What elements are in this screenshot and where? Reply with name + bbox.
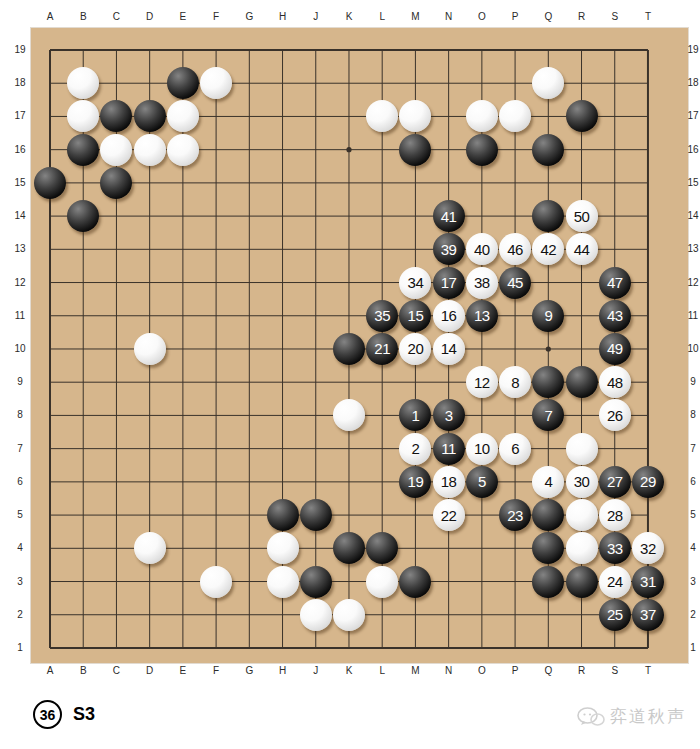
col-label-bottom-O: O <box>473 665 491 677</box>
stone-Q11: 9 <box>532 300 564 332</box>
row-label-left-14: 14 <box>11 210 29 222</box>
watermark: 弈道秋声 <box>577 705 686 728</box>
stone-N7: 11 <box>433 433 465 465</box>
row-label-left-9: 9 <box>11 376 29 388</box>
row-label-right-13: 13 <box>684 243 700 255</box>
col-label-top-F: F <box>207 11 225 23</box>
stone-J3 <box>300 566 332 598</box>
stone-R7 <box>566 433 598 465</box>
stone-F3 <box>200 566 232 598</box>
stone-O12: 38 <box>466 267 498 299</box>
row-label-right-16: 16 <box>684 144 700 156</box>
row-label-right-1: 1 <box>684 642 700 654</box>
stone-Q3 <box>532 566 564 598</box>
stone-E16 <box>167 134 199 166</box>
col-label-bottom-B: B <box>74 665 92 677</box>
col-label-top-A: A <box>41 11 59 23</box>
stone-K2 <box>333 599 365 631</box>
row-label-left-11: 11 <box>11 310 29 322</box>
stone-S11: 43 <box>599 300 631 332</box>
row-label-left-16: 16 <box>11 144 29 156</box>
col-label-bottom-G: G <box>240 665 258 677</box>
stone-S12: 47 <box>599 267 631 299</box>
stone-R5 <box>566 499 598 531</box>
stone-S5: 28 <box>599 499 631 531</box>
stone-R6: 30 <box>566 466 598 498</box>
col-label-bottom-A: A <box>41 665 59 677</box>
row-label-right-4: 4 <box>684 542 700 554</box>
stone-H3 <box>267 566 299 598</box>
row-label-left-8: 8 <box>11 409 29 421</box>
stone-L10: 21 <box>366 333 398 365</box>
row-label-right-19: 19 <box>684 44 700 56</box>
stone-S6: 27 <box>599 466 631 498</box>
col-label-top-N: N <box>440 11 458 23</box>
move-point-label: S3 <box>73 704 95 725</box>
stone-C16 <box>100 134 132 166</box>
col-label-bottom-R: R <box>573 665 591 677</box>
col-label-bottom-N: N <box>440 665 458 677</box>
stone-L11: 35 <box>366 300 398 332</box>
stone-H5 <box>267 499 299 531</box>
stone-N5: 22 <box>433 499 465 531</box>
stone-Q6: 4 <box>532 466 564 498</box>
stone-D17 <box>134 100 166 132</box>
stone-T2: 37 <box>632 599 664 631</box>
stone-D4 <box>134 532 166 564</box>
col-label-bottom-S: S <box>606 665 624 677</box>
stone-R17 <box>566 100 598 132</box>
stone-R3 <box>566 566 598 598</box>
row-label-left-6: 6 <box>11 476 29 488</box>
stone-S2: 25 <box>599 599 631 631</box>
col-label-bottom-L: L <box>373 665 391 677</box>
go-diagram-page: AABBCCDDEEFFGGHHJJKKLLMMNNOOPPQQRRSSTT19… <box>0 0 700 749</box>
stone-O13: 40 <box>466 233 498 265</box>
row-label-right-6: 6 <box>684 476 700 488</box>
watermark-text: 弈道秋声 <box>610 705 686 728</box>
row-label-right-7: 7 <box>684 443 700 455</box>
stone-S3: 24 <box>599 566 631 598</box>
row-label-right-17: 17 <box>684 110 700 122</box>
stone-T6: 29 <box>632 466 664 498</box>
stone-N14: 41 <box>433 200 465 232</box>
row-label-left-19: 19 <box>11 44 29 56</box>
row-label-right-3: 3 <box>684 576 700 588</box>
col-label-top-L: L <box>373 11 391 23</box>
stone-L3 <box>366 566 398 598</box>
stone-O9: 12 <box>466 366 498 398</box>
stone-S9: 48 <box>599 366 631 398</box>
wechat-chat-icon <box>577 707 605 727</box>
stone-J5 <box>300 499 332 531</box>
col-label-top-G: G <box>240 11 258 23</box>
stone-T3: 31 <box>632 566 664 598</box>
col-label-top-K: K <box>340 11 358 23</box>
col-label-bottom-M: M <box>406 665 424 677</box>
row-label-right-10: 10 <box>684 343 700 355</box>
stone-D16 <box>134 134 166 166</box>
row-label-left-5: 5 <box>11 509 29 521</box>
row-label-left-4: 4 <box>11 542 29 554</box>
col-label-bottom-H: H <box>274 665 292 677</box>
col-label-top-O: O <box>473 11 491 23</box>
col-label-top-T: T <box>639 11 657 23</box>
stone-R13: 44 <box>566 233 598 265</box>
stone-N6: 18 <box>433 466 465 498</box>
stone-P5: 23 <box>499 499 531 531</box>
stone-B16 <box>67 134 99 166</box>
row-label-right-8: 8 <box>684 409 700 421</box>
col-label-top-P: P <box>506 11 524 23</box>
col-label-top-R: R <box>573 11 591 23</box>
col-label-bottom-C: C <box>107 665 125 677</box>
col-label-bottom-F: F <box>207 665 225 677</box>
row-label-left-1: 1 <box>11 642 29 654</box>
col-label-top-H: H <box>274 11 292 23</box>
row-label-left-10: 10 <box>11 343 29 355</box>
stone-P12: 45 <box>499 267 531 299</box>
stone-N12: 17 <box>433 267 465 299</box>
row-label-right-18: 18 <box>684 77 700 89</box>
stone-M16 <box>399 134 431 166</box>
row-label-right-5: 5 <box>684 509 700 521</box>
col-label-top-Q: Q <box>539 11 557 23</box>
row-label-right-12: 12 <box>684 277 700 289</box>
stone-M12: 34 <box>399 267 431 299</box>
stone-R14: 50 <box>566 200 598 232</box>
stone-N8: 3 <box>433 399 465 431</box>
row-label-left-12: 12 <box>11 277 29 289</box>
stone-O11: 13 <box>466 300 498 332</box>
stone-S8: 26 <box>599 399 631 431</box>
stone-N11: 16 <box>433 300 465 332</box>
row-label-right-15: 15 <box>684 177 700 189</box>
move-caption: 36 S3 <box>33 700 95 729</box>
stone-H4 <box>267 532 299 564</box>
row-label-left-17: 17 <box>11 110 29 122</box>
stone-N10: 14 <box>433 333 465 365</box>
col-label-top-E: E <box>174 11 192 23</box>
col-label-bottom-D: D <box>141 665 159 677</box>
col-label-bottom-E: E <box>174 665 192 677</box>
col-label-top-C: C <box>107 11 125 23</box>
row-label-right-14: 14 <box>684 210 700 222</box>
stone-D10 <box>134 333 166 365</box>
stone-O7: 10 <box>466 433 498 465</box>
stone-N13: 39 <box>433 233 465 265</box>
stone-P7: 6 <box>499 433 531 465</box>
stone-R9 <box>566 366 598 398</box>
col-label-top-J: J <box>307 11 325 23</box>
stone-M3 <box>399 566 431 598</box>
row-label-right-9: 9 <box>684 376 700 388</box>
stone-Q16 <box>532 134 564 166</box>
stone-R4 <box>566 532 598 564</box>
stone-M11: 15 <box>399 300 431 332</box>
stone-M7: 2 <box>399 433 431 465</box>
col-label-bottom-Q: Q <box>539 665 557 677</box>
stone-A15 <box>34 167 66 199</box>
stone-J2 <box>300 599 332 631</box>
stone-S10: 49 <box>599 333 631 365</box>
col-label-top-D: D <box>141 11 159 23</box>
stone-O16 <box>466 134 498 166</box>
col-label-top-B: B <box>74 11 92 23</box>
col-label-bottom-P: P <box>506 665 524 677</box>
stone-O6: 5 <box>466 466 498 498</box>
row-label-left-18: 18 <box>11 77 29 89</box>
row-label-right-11: 11 <box>684 310 700 322</box>
stone-S4: 33 <box>599 532 631 564</box>
move-number-circle: 36 <box>33 700 62 729</box>
col-label-bottom-T: T <box>639 665 657 677</box>
col-label-top-M: M <box>406 11 424 23</box>
col-label-bottom-K: K <box>340 665 358 677</box>
row-label-left-2: 2 <box>11 609 29 621</box>
row-label-left-13: 13 <box>11 243 29 255</box>
col-label-bottom-J: J <box>307 665 325 677</box>
stone-K10 <box>333 333 365 365</box>
row-label-left-3: 3 <box>11 576 29 588</box>
row-label-left-7: 7 <box>11 443 29 455</box>
row-label-right-2: 2 <box>684 609 700 621</box>
col-label-top-S: S <box>606 11 624 23</box>
stone-E18 <box>167 67 199 99</box>
row-label-left-15: 15 <box>11 177 29 189</box>
